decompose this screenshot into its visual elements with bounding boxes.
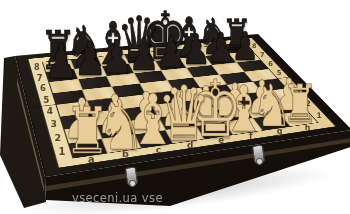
clasp-icon (252, 144, 265, 163)
watermark: vseceni.ua vse (72, 191, 163, 205)
clasp-icon (125, 166, 138, 185)
chess-set-photo: ♜♞♝♛♚♝♞♜♟♟♟♟♟♟♟♟♟♟♟♟♟♟♟♟♜♞♝♛♚♝♞♜abcdefgh… (0, 0, 350, 214)
